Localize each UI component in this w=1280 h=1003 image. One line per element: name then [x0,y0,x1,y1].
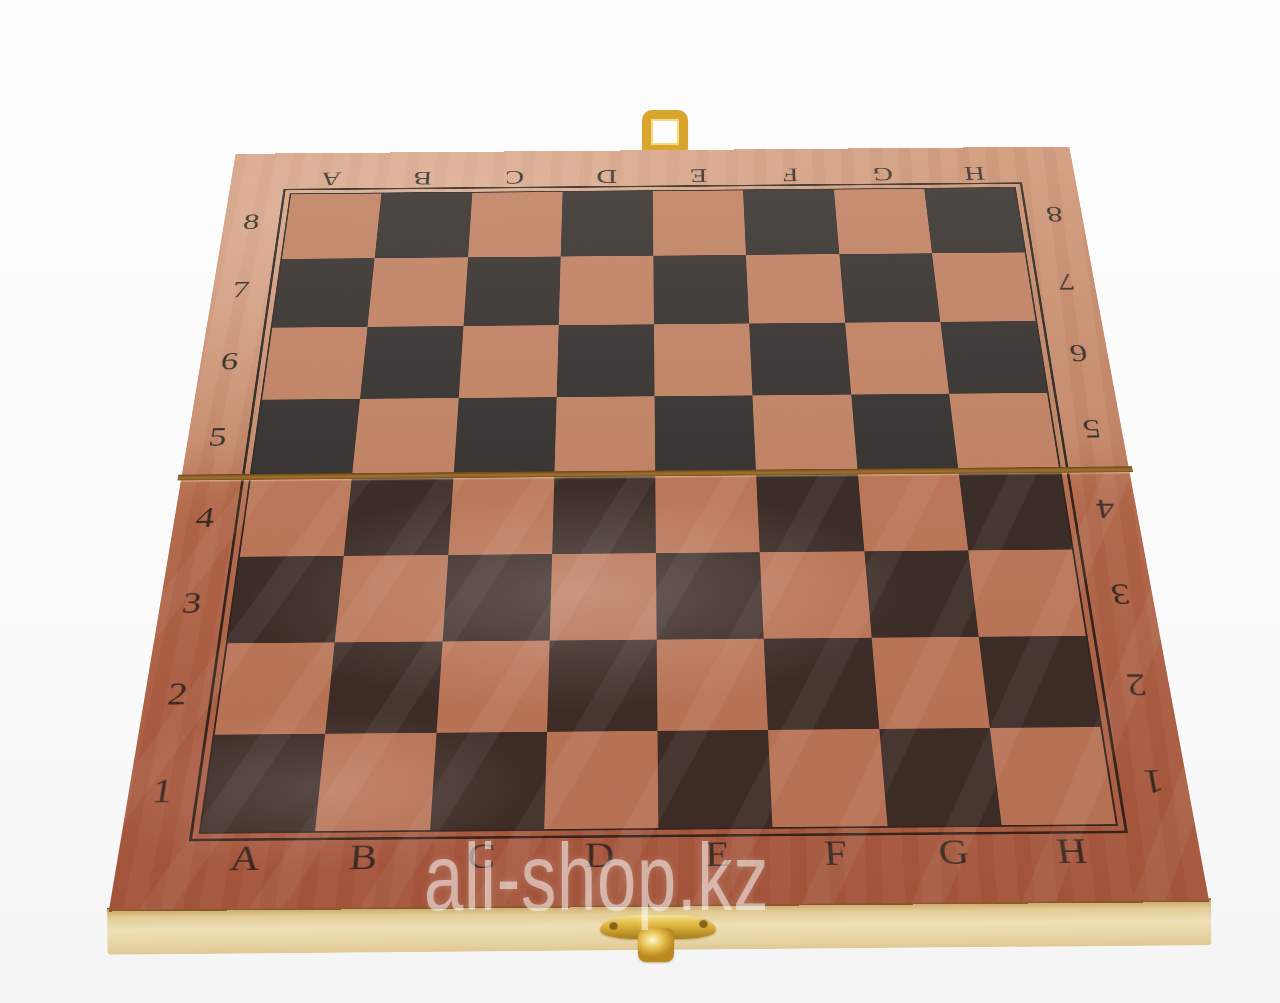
square-h1 [990,727,1116,825]
square-d1 [544,731,658,829]
file-label-bottom-h: H [1011,833,1134,869]
square-d8 [561,191,654,256]
square-b4 [344,474,453,556]
square-c6 [458,325,558,398]
square-e4 [655,472,760,554]
square-g1 [879,728,1002,826]
square-a6 [262,327,368,400]
chessboard: ABCDEFGH 87654321 87654321 ABCDEFGH [109,147,1209,910]
square-d3 [549,553,656,640]
board-border-inner [199,187,1118,834]
square-h5 [949,393,1059,470]
square-e3 [656,552,764,639]
board-grid [201,188,1116,832]
file-label-top-b: B [376,168,470,188]
file-label-top-c: C [468,168,561,188]
square-e8 [653,190,746,255]
square-b8 [375,193,472,258]
square-d2 [547,639,658,731]
square-c4 [448,473,554,555]
square-g7 [839,253,940,322]
square-e2 [657,638,768,730]
square-f3 [760,551,871,638]
file-label-bottom-b: B [302,839,423,875]
square-f4 [756,471,864,553]
square-c7 [463,257,560,326]
square-a3 [228,556,344,643]
square-g2 [871,636,989,728]
square-a7 [272,258,374,327]
board-border [189,182,1128,841]
square-c1 [430,732,547,831]
rank-label-left-8: 8 [219,189,284,255]
square-e1 [657,730,772,828]
square-f7 [746,254,845,323]
square-e6 [654,323,753,396]
square-f5 [753,394,858,471]
square-c5 [453,397,556,474]
bottom-latch-knob [638,928,674,962]
shop-watermark: ali-shop.kz [424,824,769,932]
square-d5 [554,396,655,473]
file-label-top-a: A [284,169,378,189]
file-label-top-f: F [744,165,837,185]
product-photo-scene: ABCDEFGH 87654321 87654321 ABCDEFGH ali-… [0,0,1280,1003]
file-label-top-d: D [560,167,652,187]
square-c8 [468,192,563,257]
rank-label-left-6: 6 [195,324,264,398]
rank-label-right-7: 7 [1033,248,1101,318]
square-e7 [653,255,749,324]
square-b5 [352,398,458,475]
square-a1 [201,734,326,833]
rank-label-right-6: 6 [1044,317,1115,391]
square-a2 [215,642,335,734]
square-h2 [978,635,1100,727]
square-b1 [315,733,436,832]
file-label-top-h: H [927,164,1022,184]
square-a4 [240,475,352,557]
file-label-bottom-f: F [776,835,896,871]
square-d6 [556,324,654,397]
square-g4 [857,470,968,552]
square-f6 [749,322,850,395]
square-h4 [958,469,1072,551]
file-label-top-e: E [653,166,745,186]
square-b3 [335,555,448,642]
rank-label-right-5: 5 [1056,390,1129,468]
square-d7 [559,256,654,325]
square-d4 [552,472,656,554]
file-label-bottom-g: G [893,834,1015,870]
square-c2 [436,640,549,732]
square-b7 [368,257,468,326]
square-h3 [968,550,1086,637]
file-label-top-g: G [836,164,930,184]
square-g6 [845,322,949,395]
square-g3 [864,551,978,638]
square-f2 [764,637,879,729]
square-h6 [940,321,1047,394]
square-f1 [768,729,887,827]
square-g5 [851,394,958,471]
square-b2 [325,641,442,733]
rank-label-left-7: 7 [207,255,274,325]
square-h8 [924,188,1025,253]
top-hinge-clasp [642,110,688,154]
square-a8 [282,194,382,260]
square-e5 [655,395,757,472]
square-f8 [743,190,839,255]
file-label-bottom-a: A [184,840,307,876]
square-b6 [360,326,463,399]
square-h7 [932,253,1036,322]
square-a5 [251,399,360,476]
square-g8 [834,189,932,254]
rank-label-right-8: 8 [1022,182,1088,248]
square-c3 [442,554,552,641]
